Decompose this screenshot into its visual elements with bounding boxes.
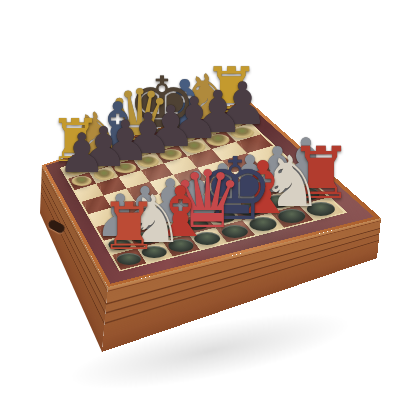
pawn-glyph: ♟ <box>58 127 107 181</box>
piece-black-pawn[interactable]: ♟ <box>72 122 93 187</box>
rook-glyph: ♜ <box>100 195 158 260</box>
chess-set-photo-scene: ♜♞♝♛♚♝♞♜♟♟♟♟♟♟♟♟♟♟♟♟♟♟♟♟♜♞♝♛♚♝♞♜ <box>0 0 400 400</box>
piece-white-rook[interactable]: ♜ <box>117 188 141 265</box>
